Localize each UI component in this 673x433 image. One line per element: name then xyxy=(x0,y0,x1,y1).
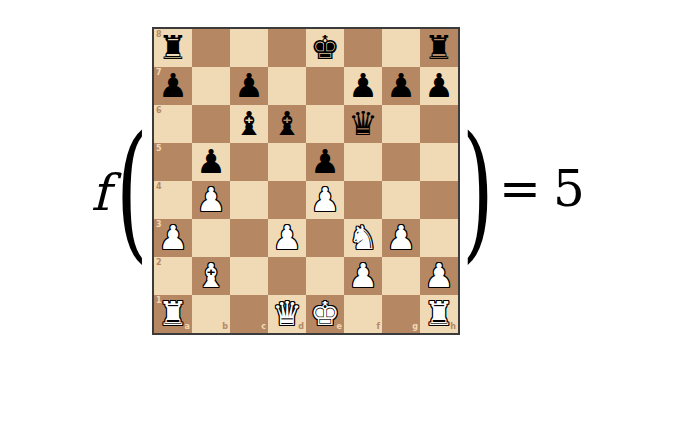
square-f4 xyxy=(344,181,382,219)
square-a7: 7♟ xyxy=(154,67,192,105)
square-a3: 3♟ xyxy=(154,219,192,257)
square-a1: 1a♜ xyxy=(154,295,192,333)
square-b7 xyxy=(192,67,230,105)
square-a4: 4 xyxy=(154,181,192,219)
square-b3 xyxy=(192,219,230,257)
square-b5: ♟ xyxy=(192,143,230,181)
piece-black-pawn: ♟ xyxy=(310,143,340,181)
piece-black-pawn: ♟ xyxy=(196,143,226,181)
square-d4 xyxy=(268,181,306,219)
chess-board-frame: 8♜♚♜7♟♟♟♟♟6♝♝♛5♟♟4♟♟3♟♟♞♟2♝♟♟1a♜bcd♛e♚fg… xyxy=(152,27,460,335)
piece-white-pawn: ♟ xyxy=(158,219,188,257)
square-f8 xyxy=(344,29,382,67)
square-g2 xyxy=(382,257,420,295)
piece-white-pawn: ♟ xyxy=(272,219,302,257)
square-e3 xyxy=(306,219,344,257)
square-b1: b xyxy=(192,295,230,333)
square-b6 xyxy=(192,105,230,143)
rank-label-4: 4 xyxy=(156,183,162,191)
piece-white-knight: ♞ xyxy=(348,219,378,257)
square-h1: h♜ xyxy=(420,295,458,333)
square-b8 xyxy=(192,29,230,67)
piece-black-queen: ♛ xyxy=(348,105,378,143)
piece-black-pawn: ♟ xyxy=(234,67,264,105)
square-f5 xyxy=(344,143,382,181)
square-d5 xyxy=(268,143,306,181)
equals-sign: = xyxy=(499,160,541,218)
square-c4 xyxy=(230,181,268,219)
square-f7: ♟ xyxy=(344,67,382,105)
square-e5: ♟ xyxy=(306,143,344,181)
square-e1: e♚ xyxy=(306,295,344,333)
piece-black-bishop: ♝ xyxy=(272,105,302,143)
square-c8 xyxy=(230,29,268,67)
square-d7 xyxy=(268,67,306,105)
square-g5 xyxy=(382,143,420,181)
square-a5: 5 xyxy=(154,143,192,181)
result-value: 5 xyxy=(553,160,585,218)
piece-white-pawn: ♟ xyxy=(196,181,226,219)
square-a2: 2 xyxy=(154,257,192,295)
rank-label-7: 7 xyxy=(156,69,162,77)
piece-black-rook: ♜ xyxy=(424,29,454,67)
square-h5 xyxy=(420,143,458,181)
square-d8 xyxy=(268,29,306,67)
file-label-c: c xyxy=(261,323,266,331)
file-label-f: f xyxy=(377,323,380,331)
square-f2: ♟ xyxy=(344,257,382,295)
square-c2 xyxy=(230,257,268,295)
rank-label-3: 3 xyxy=(156,221,162,229)
square-c5 xyxy=(230,143,268,181)
piece-white-bishop: ♝ xyxy=(196,257,226,295)
rank-label-5: 5 xyxy=(156,145,162,153)
rank-label-1: 1 xyxy=(156,297,162,305)
square-e6 xyxy=(306,105,344,143)
piece-black-bishop: ♝ xyxy=(234,105,264,143)
square-h6 xyxy=(420,105,458,143)
piece-black-king: ♚ xyxy=(310,29,340,67)
figure: f ( 8♜♚♜7♟♟♟♟♟6♝♝♛5♟♟4♟♟3♟♟♞♟2♝♟♟1a♜bcd♛… xyxy=(0,0,673,433)
piece-black-pawn: ♟ xyxy=(424,67,454,105)
square-f3: ♞ xyxy=(344,219,382,257)
equation-result: =5 xyxy=(499,164,585,214)
file-label-b: b xyxy=(222,323,228,331)
chess-board: 8♜♚♜7♟♟♟♟♟6♝♝♛5♟♟4♟♟3♟♟♞♟2♝♟♟1a♜bcd♛e♚fg… xyxy=(154,29,458,333)
square-h2: ♟ xyxy=(420,257,458,295)
square-c3 xyxy=(230,219,268,257)
square-c6: ♝ xyxy=(230,105,268,143)
square-h3 xyxy=(420,219,458,257)
file-label-g: g xyxy=(412,323,418,331)
square-d3: ♟ xyxy=(268,219,306,257)
piece-black-rook: ♜ xyxy=(158,29,188,67)
piece-black-pawn: ♟ xyxy=(348,67,378,105)
rank-label-2: 2 xyxy=(156,259,162,267)
square-g3: ♟ xyxy=(382,219,420,257)
piece-white-pawn: ♟ xyxy=(310,181,340,219)
piece-white-king: ♚ xyxy=(310,295,340,333)
file-label-a: a xyxy=(185,323,190,331)
square-g4 xyxy=(382,181,420,219)
square-g6 xyxy=(382,105,420,143)
file-label-e: e xyxy=(337,323,342,331)
open-paren: ( xyxy=(116,138,148,245)
piece-black-pawn: ♟ xyxy=(386,67,416,105)
piece-white-pawn: ♟ xyxy=(348,257,378,295)
close-paren: ) xyxy=(462,138,494,245)
piece-white-pawn: ♟ xyxy=(386,219,416,257)
square-f1: f xyxy=(344,295,382,333)
function-name: f xyxy=(91,168,110,218)
piece-white-pawn: ♟ xyxy=(424,257,454,295)
square-b4: ♟ xyxy=(192,181,230,219)
rank-label-8: 8 xyxy=(156,31,162,39)
square-f6: ♛ xyxy=(344,105,382,143)
square-a8: 8♜ xyxy=(154,29,192,67)
rank-label-6: 6 xyxy=(156,107,162,115)
square-g1: g xyxy=(382,295,420,333)
square-e7 xyxy=(306,67,344,105)
square-e4: ♟ xyxy=(306,181,344,219)
square-c7: ♟ xyxy=(230,67,268,105)
file-label-d: d xyxy=(298,323,304,331)
square-g8 xyxy=(382,29,420,67)
square-e2 xyxy=(306,257,344,295)
square-h4 xyxy=(420,181,458,219)
square-d6: ♝ xyxy=(268,105,306,143)
piece-white-rook: ♜ xyxy=(158,295,188,333)
square-d2 xyxy=(268,257,306,295)
square-h7: ♟ xyxy=(420,67,458,105)
piece-black-pawn: ♟ xyxy=(158,67,188,105)
square-b2: ♝ xyxy=(192,257,230,295)
square-e8: ♚ xyxy=(306,29,344,67)
square-c1: c xyxy=(230,295,268,333)
square-h8: ♜ xyxy=(420,29,458,67)
square-a6: 6 xyxy=(154,105,192,143)
square-g7: ♟ xyxy=(382,67,420,105)
square-d1: d♛ xyxy=(268,295,306,333)
file-label-h: h xyxy=(450,323,456,331)
